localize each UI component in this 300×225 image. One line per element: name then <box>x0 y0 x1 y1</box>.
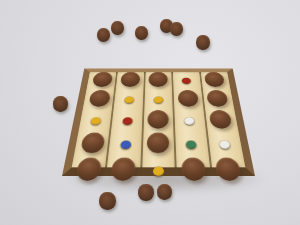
peg-green <box>186 141 197 149</box>
board-cell-r1c1[interactable] <box>86 72 117 90</box>
peg-red <box>182 78 191 84</box>
loose-wooden-cap-5[interactable] <box>170 22 183 36</box>
board-cell-r2c4[interactable] <box>173 90 204 110</box>
peg-yellow <box>124 97 134 104</box>
board-cell-r1c4[interactable] <box>172 72 202 90</box>
board-cells <box>72 72 246 167</box>
peg-yellow <box>153 167 164 176</box>
board-cell-r3c1[interactable] <box>78 110 113 132</box>
peg-white <box>219 141 231 149</box>
peg-yellow <box>154 97 163 104</box>
board-cell-r5c1[interactable] <box>68 158 107 186</box>
loose-wooden-cap-2[interactable] <box>111 21 124 35</box>
loose-wooden-cap-3[interactable] <box>135 26 148 40</box>
board-cell-r4c1[interactable] <box>74 133 111 158</box>
wooden-cap[interactable] <box>181 158 206 181</box>
wooden-cap[interactable] <box>147 133 170 154</box>
board-cell-r1c5[interactable] <box>200 72 231 90</box>
board-cell-r4c3[interactable] <box>141 133 175 158</box>
board-cell-r4c4[interactable] <box>175 133 210 158</box>
wooden-cap[interactable] <box>120 72 140 87</box>
wooden-cap[interactable] <box>204 72 225 87</box>
wooden-cap[interactable] <box>206 90 229 107</box>
board-cell-r3c2[interactable] <box>110 110 143 132</box>
board-cell-r1c2[interactable] <box>115 72 145 90</box>
board-cell-r2c1[interactable] <box>83 90 116 110</box>
peg-white <box>185 117 195 124</box>
wooden-cap[interactable] <box>80 133 105 154</box>
board-cell-r1c3[interactable] <box>144 72 173 90</box>
board-cell-r2c2[interactable] <box>113 90 144 110</box>
board-cell-r2c3[interactable] <box>143 90 173 110</box>
board-cell-r3c5[interactable] <box>204 110 239 132</box>
wooden-cap[interactable] <box>148 110 170 128</box>
loose-wooden-cap-7[interactable] <box>53 96 68 112</box>
loose-wooden-cap-10[interactable] <box>157 184 172 200</box>
wooden-cap[interactable] <box>149 72 168 87</box>
loose-wooden-cap-8[interactable] <box>99 192 116 210</box>
board-cell-r5c2[interactable] <box>104 158 141 186</box>
wooden-cap[interactable] <box>92 72 113 87</box>
board-cell-r5c5[interactable] <box>209 158 248 186</box>
peg-blue <box>120 141 131 149</box>
wooden-cap[interactable] <box>88 90 111 107</box>
board-cell-r5c4[interactable] <box>175 158 212 186</box>
board-cell-r4c5[interactable] <box>207 133 244 158</box>
peg-red <box>122 117 132 124</box>
wooden-cap[interactable] <box>178 90 199 107</box>
board-cell-r2c5[interactable] <box>202 90 235 110</box>
peg-yellow <box>91 117 102 124</box>
wooden-cap[interactable] <box>111 158 136 181</box>
board-cell-r3c3[interactable] <box>142 110 174 132</box>
board-cell-r5c3[interactable] <box>140 158 176 186</box>
memory-board <box>62 69 255 176</box>
photo-scene <box>0 0 300 225</box>
loose-wooden-cap-9[interactable] <box>138 184 154 201</box>
loose-wooden-cap-1[interactable] <box>97 28 110 42</box>
wooden-cap[interactable] <box>209 110 233 128</box>
loose-wooden-cap-6[interactable] <box>196 35 210 50</box>
board-cell-r4c2[interactable] <box>107 133 142 158</box>
wooden-cap[interactable] <box>75 158 102 181</box>
wooden-cap[interactable] <box>215 158 242 181</box>
board-cell-r3c4[interactable] <box>174 110 207 132</box>
